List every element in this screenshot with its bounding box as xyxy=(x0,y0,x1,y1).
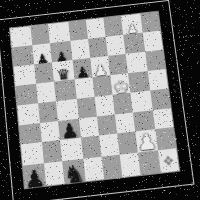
board-maker-stamp: ❖ xyxy=(162,152,176,169)
square-h7[interactable] xyxy=(143,30,163,51)
square-b1[interactable] xyxy=(44,161,65,186)
square-b6[interactable] xyxy=(34,62,54,83)
square-f7[interactable] xyxy=(106,35,126,56)
square-e2[interactable] xyxy=(99,134,120,157)
square-d4[interactable] xyxy=(77,96,97,118)
square-g8[interactable]: ♟ xyxy=(121,14,142,35)
square-e8[interactable] xyxy=(86,18,106,39)
square-a1[interactable]: ♟ xyxy=(23,163,46,188)
square-e4[interactable] xyxy=(95,94,115,116)
square-d5[interactable] xyxy=(74,77,94,99)
board-grid: ♟♟♟♛♟♟♚♟♟♟♞❖ xyxy=(9,11,180,190)
square-f5[interactable]: ♚ xyxy=(110,73,130,94)
square-h8[interactable] xyxy=(140,12,160,33)
piece-black-knight[interactable]: ♞ xyxy=(62,161,85,186)
square-b2[interactable] xyxy=(42,140,62,163)
square-a7[interactable] xyxy=(12,45,34,66)
photo-of-chess-board: ♟♟♟♛♟♟♚♟♟♟♞❖ ∙ ∙ ∙ ∙ xyxy=(0,0,200,200)
square-e3[interactable] xyxy=(97,114,118,136)
square-c1[interactable]: ♞ xyxy=(62,159,85,184)
square-c3[interactable]: ♟ xyxy=(58,118,81,140)
square-c5[interactable] xyxy=(54,79,77,101)
square-b3[interactable] xyxy=(40,121,60,143)
square-c4[interactable] xyxy=(56,99,79,121)
square-g2[interactable]: ♟ xyxy=(136,130,158,153)
square-b5[interactable] xyxy=(36,81,56,103)
square-f8[interactable] xyxy=(104,16,124,37)
chess-board: ♟♟♟♛♟♟♚♟♟♟♞❖ ∙ ∙ ∙ ∙ xyxy=(0,0,195,200)
square-d3[interactable] xyxy=(79,116,99,138)
square-d6[interactable]: ♟ xyxy=(72,58,92,79)
square-h3[interactable] xyxy=(153,108,174,130)
square-e5[interactable] xyxy=(92,75,112,96)
square-d8[interactable] xyxy=(68,20,88,41)
square-a4[interactable] xyxy=(17,103,40,125)
square-c6[interactable]: ♛ xyxy=(52,60,75,82)
square-a3[interactable] xyxy=(19,123,42,145)
square-h6[interactable] xyxy=(145,49,165,70)
square-c7[interactable]: ♟ xyxy=(50,41,72,62)
square-h5[interactable] xyxy=(147,69,168,90)
square-g5[interactable] xyxy=(128,71,150,93)
square-d1[interactable] xyxy=(83,157,104,182)
square-f6[interactable] xyxy=(108,54,128,75)
square-b4[interactable] xyxy=(38,101,58,123)
piece-black-pawn[interactable]: ♟ xyxy=(23,166,46,191)
square-g4[interactable] xyxy=(131,90,153,112)
square-c8[interactable] xyxy=(48,22,70,43)
square-a5[interactable] xyxy=(15,83,37,105)
square-h1[interactable]: ❖ xyxy=(158,148,179,173)
square-e7[interactable] xyxy=(88,37,108,58)
square-f3[interactable] xyxy=(115,112,136,134)
square-g6[interactable] xyxy=(126,52,148,73)
square-e6[interactable]: ♟ xyxy=(90,56,110,77)
square-h2[interactable] xyxy=(155,128,176,151)
square-a8[interactable] xyxy=(10,26,32,47)
square-f4[interactable] xyxy=(113,92,134,114)
square-d2[interactable] xyxy=(81,136,102,159)
square-b7[interactable]: ♟ xyxy=(32,43,52,64)
square-g7[interactable] xyxy=(124,33,145,54)
square-d7[interactable] xyxy=(70,39,90,60)
square-b8[interactable] xyxy=(30,24,50,45)
square-a6[interactable] xyxy=(14,64,36,86)
square-h4[interactable] xyxy=(150,88,171,110)
